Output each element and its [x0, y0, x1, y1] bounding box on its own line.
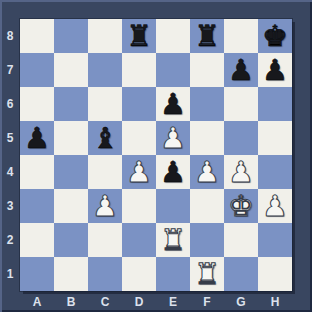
chess-board: ♜♜♚♟♟♟♟♝♟♟♟♟♟♟♚♟♜♜	[20, 19, 292, 291]
square-c3: ♟	[88, 189, 122, 223]
file-labels: A B C D E F G H	[20, 291, 292, 312]
black-rook-icon: ♜	[194, 19, 220, 53]
square-a5: ♟	[20, 121, 54, 155]
square-c4	[88, 155, 122, 189]
square-f3	[190, 189, 224, 223]
rank-label: 3	[0, 189, 20, 223]
white-pawn-icon: ♟	[228, 155, 254, 189]
rank-label: 8	[0, 19, 20, 53]
square-h8: ♚	[258, 19, 292, 53]
square-b7	[54, 53, 88, 87]
file-label: E	[156, 291, 190, 312]
file-label: A	[20, 291, 54, 312]
square-a2	[20, 223, 54, 257]
square-d4: ♟	[122, 155, 156, 189]
square-f4: ♟	[190, 155, 224, 189]
square-c8	[88, 19, 122, 53]
square-a4	[20, 155, 54, 189]
square-c6	[88, 87, 122, 121]
white-pawn-icon: ♟	[160, 121, 186, 155]
file-label: B	[54, 291, 88, 312]
square-f1: ♜	[190, 257, 224, 291]
rank-label: 1	[0, 257, 20, 291]
square-d7	[122, 53, 156, 87]
square-c7	[88, 53, 122, 87]
square-b6	[54, 87, 88, 121]
square-a7	[20, 53, 54, 87]
square-e1	[156, 257, 190, 291]
square-a8	[20, 19, 54, 53]
rank-label: 6	[0, 87, 20, 121]
white-rook-icon: ♜	[160, 223, 186, 257]
square-c5: ♝	[88, 121, 122, 155]
square-a6	[20, 87, 54, 121]
square-f7	[190, 53, 224, 87]
square-e3	[156, 189, 190, 223]
square-d8: ♜	[122, 19, 156, 53]
file-label: F	[190, 291, 224, 312]
square-f2	[190, 223, 224, 257]
white-pawn-icon: ♟	[92, 189, 118, 223]
file-label: D	[122, 291, 156, 312]
rank-label: 7	[0, 53, 20, 87]
square-h5	[258, 121, 292, 155]
white-rook-icon: ♜	[194, 257, 220, 291]
square-h7: ♟	[258, 53, 292, 87]
square-g8	[224, 19, 258, 53]
square-d6	[122, 87, 156, 121]
square-d2	[122, 223, 156, 257]
square-b2	[54, 223, 88, 257]
white-king-icon: ♚	[228, 189, 254, 223]
square-e7	[156, 53, 190, 87]
square-h1	[258, 257, 292, 291]
square-a3	[20, 189, 54, 223]
file-label: H	[258, 291, 292, 312]
square-b3	[54, 189, 88, 223]
square-e6: ♟	[156, 87, 190, 121]
square-f5	[190, 121, 224, 155]
file-label: C	[88, 291, 122, 312]
square-h2	[258, 223, 292, 257]
square-d1	[122, 257, 156, 291]
square-g2	[224, 223, 258, 257]
square-d5	[122, 121, 156, 155]
square-g6	[224, 87, 258, 121]
square-c1	[88, 257, 122, 291]
square-b5	[54, 121, 88, 155]
rank-label: 5	[0, 121, 20, 155]
black-pawn-icon: ♟	[262, 53, 288, 87]
square-h4	[258, 155, 292, 189]
square-h3: ♟	[258, 189, 292, 223]
square-g7: ♟	[224, 53, 258, 87]
square-a1	[20, 257, 54, 291]
square-g4: ♟	[224, 155, 258, 189]
rank-label: 2	[0, 223, 20, 257]
black-pawn-icon: ♟	[160, 155, 186, 189]
square-b4	[54, 155, 88, 189]
black-king-icon: ♚	[262, 19, 288, 53]
file-label: G	[224, 291, 258, 312]
square-d3	[122, 189, 156, 223]
black-pawn-icon: ♟	[24, 121, 50, 155]
black-rook-icon: ♜	[126, 19, 152, 53]
square-e5: ♟	[156, 121, 190, 155]
square-h6	[258, 87, 292, 121]
square-g3: ♚	[224, 189, 258, 223]
square-e8	[156, 19, 190, 53]
square-e2: ♜	[156, 223, 190, 257]
black-pawn-icon: ♟	[228, 53, 254, 87]
board-frame: 8 7 6 5 4 3 2 1 ♜♜♚♟♟♟♟♝♟♟♟♟♟♟♚♟♜♜ A B C…	[0, 0, 312, 312]
black-bishop-icon: ♝	[92, 121, 118, 155]
white-pawn-icon: ♟	[194, 155, 220, 189]
square-b8	[54, 19, 88, 53]
square-f6	[190, 87, 224, 121]
square-f8: ♜	[190, 19, 224, 53]
white-pawn-icon: ♟	[262, 189, 288, 223]
square-g5	[224, 121, 258, 155]
black-pawn-icon: ♟	[160, 87, 186, 121]
white-pawn-icon: ♟	[126, 155, 152, 189]
rank-label: 4	[0, 155, 20, 189]
square-g1	[224, 257, 258, 291]
square-b1	[54, 257, 88, 291]
rank-labels: 8 7 6 5 4 3 2 1	[0, 19, 20, 291]
square-e4: ♟	[156, 155, 190, 189]
square-c2	[88, 223, 122, 257]
